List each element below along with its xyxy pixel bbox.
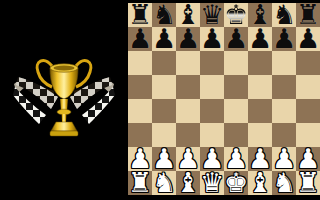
square-e1[interactable]: ♚ bbox=[224, 171, 248, 195]
square-b1[interactable]: ♞ bbox=[152, 171, 176, 195]
square-c4[interactable] bbox=[176, 99, 200, 123]
black-pawn[interactable]: ♟ bbox=[224, 27, 248, 51]
square-g6[interactable] bbox=[272, 51, 296, 75]
black-pawn[interactable]: ♟ bbox=[248, 27, 272, 51]
square-d4[interactable] bbox=[200, 99, 224, 123]
white-queen[interactable]: ♛ bbox=[200, 171, 224, 195]
square-h1[interactable]: ♜ bbox=[296, 171, 320, 195]
trophy-with-checkered-flags-icon bbox=[12, 54, 116, 142]
square-f1[interactable]: ♝ bbox=[248, 171, 272, 195]
square-d7[interactable]: ♟ bbox=[200, 27, 224, 51]
white-rook[interactable]: ♜ bbox=[128, 171, 152, 195]
black-pawn[interactable]: ♟ bbox=[176, 27, 200, 51]
square-f5[interactable] bbox=[248, 75, 272, 99]
checkered-flag-right bbox=[70, 77, 115, 124]
white-knight[interactable]: ♞ bbox=[152, 171, 176, 195]
black-pawn[interactable]: ♟ bbox=[200, 27, 224, 51]
square-e6[interactable] bbox=[224, 51, 248, 75]
square-f4[interactable] bbox=[248, 99, 272, 123]
square-h4[interactable] bbox=[296, 99, 320, 123]
square-b7[interactable]: ♟ bbox=[152, 27, 176, 51]
square-c5[interactable] bbox=[176, 75, 200, 99]
square-a5[interactable] bbox=[128, 75, 152, 99]
square-b5[interactable] bbox=[152, 75, 176, 99]
square-e4[interactable] bbox=[224, 99, 248, 123]
square-h7[interactable]: ♟ bbox=[296, 27, 320, 51]
black-pawn[interactable]: ♟ bbox=[272, 27, 296, 51]
square-g7[interactable]: ♟ bbox=[272, 27, 296, 51]
square-a7[interactable]: ♟ bbox=[128, 27, 152, 51]
square-h5[interactable] bbox=[296, 75, 320, 99]
square-b6[interactable] bbox=[152, 51, 176, 75]
square-a4[interactable] bbox=[128, 99, 152, 123]
white-bishop[interactable]: ♝ bbox=[248, 171, 272, 195]
black-pawn[interactable]: ♟ bbox=[296, 27, 320, 51]
checkered-flag-left bbox=[13, 77, 58, 124]
square-a1[interactable]: ♜ bbox=[128, 171, 152, 195]
app-screen: ♜♞♝♛♚♝♞♜♟♟♟♟♟♟♟♟♟♟♟♟♟♟♟♟♜♞♝♛♚♝♞♜ bbox=[0, 0, 320, 200]
square-g5[interactable] bbox=[272, 75, 296, 99]
square-c6[interactable] bbox=[176, 51, 200, 75]
white-bishop[interactable]: ♝ bbox=[176, 171, 200, 195]
black-pawn[interactable]: ♟ bbox=[152, 27, 176, 51]
white-knight[interactable]: ♞ bbox=[272, 171, 296, 195]
white-king[interactable]: ♚ bbox=[224, 171, 248, 195]
white-rook[interactable]: ♜ bbox=[296, 171, 320, 195]
square-b4[interactable] bbox=[152, 99, 176, 123]
square-e5[interactable] bbox=[224, 75, 248, 99]
chess-board: ♜♞♝♛♚♝♞♜♟♟♟♟♟♟♟♟♟♟♟♟♟♟♟♟♜♞♝♛♚♝♞♜ bbox=[128, 3, 320, 195]
square-e7[interactable]: ♟ bbox=[224, 27, 248, 51]
square-h6[interactable] bbox=[296, 51, 320, 75]
square-c7[interactable]: ♟ bbox=[176, 27, 200, 51]
square-g1[interactable]: ♞ bbox=[272, 171, 296, 195]
square-c1[interactable]: ♝ bbox=[176, 171, 200, 195]
left-panel bbox=[0, 0, 128, 200]
square-a6[interactable] bbox=[128, 51, 152, 75]
black-pawn[interactable]: ♟ bbox=[128, 27, 152, 51]
square-f7[interactable]: ♟ bbox=[248, 27, 272, 51]
square-d6[interactable] bbox=[200, 51, 224, 75]
square-d5[interactable] bbox=[200, 75, 224, 99]
square-f6[interactable] bbox=[248, 51, 272, 75]
square-d1[interactable]: ♛ bbox=[200, 171, 224, 195]
square-g4[interactable] bbox=[272, 99, 296, 123]
